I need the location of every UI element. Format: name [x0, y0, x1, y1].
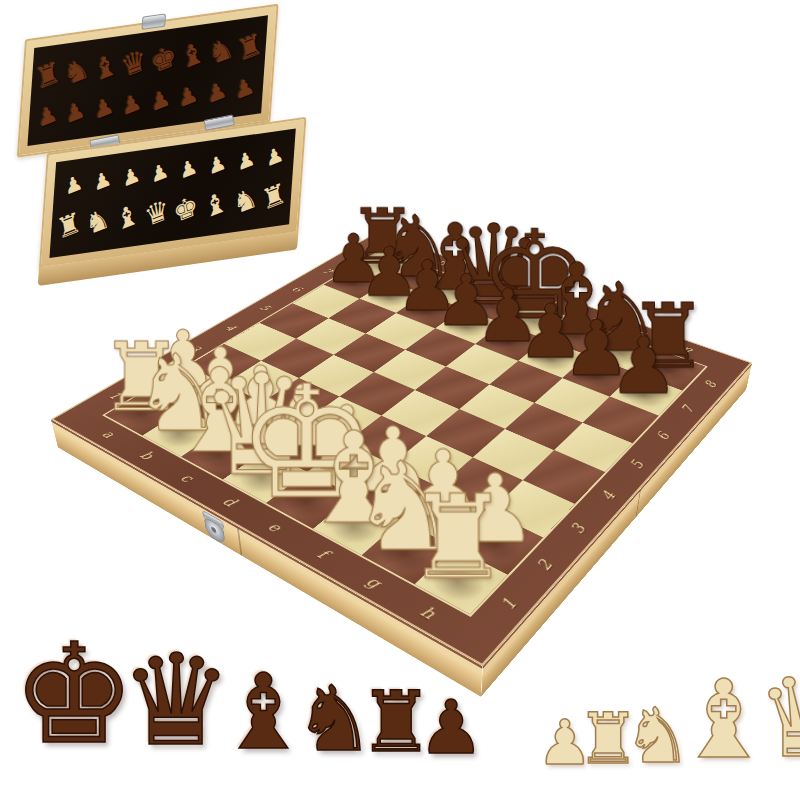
stored-pawn: ♟	[63, 98, 87, 128]
loose-dark-pawn: ♟	[418, 690, 484, 764]
stored-king: ♚	[148, 41, 178, 79]
rank-label-1-right: 1	[496, 595, 522, 613]
stored-rook: ♜	[54, 208, 83, 244]
stored-bishop: ♝	[113, 200, 142, 236]
board-frame: ♜♞♝♛♚♝♞♜♟♟♟♟♟♟♟♟♟♟♟♟♟♟♟♟♜♞♝♛♚♝♞♜ aabbccd…	[54, 233, 750, 663]
stored-rook: ♜	[235, 28, 265, 66]
stored-knight: ♞	[206, 32, 236, 70]
file-label-f-near: f	[313, 546, 333, 561]
rank-label-7-right: 7	[677, 404, 698, 415]
loose-dark-pieces-row: ♚♛♝♞♜♟	[20, 626, 476, 764]
board-scene: ♜♞♝♛♚♝♞♜♟♟♟♟♟♟♟♟♟♟♟♟♟♟♟♟♜♞♝♛♚♝♞♜ aabbccd…	[165, 140, 665, 640]
stored-pawn: ♟	[35, 102, 59, 132]
stored-pawn: ♟	[120, 90, 144, 120]
rank-label-2-right: 2	[532, 557, 557, 573]
stored-pawn: ♟	[176, 82, 200, 112]
stored-pawn: ♟	[233, 74, 257, 104]
file-label-h-near: h	[416, 603, 440, 623]
file-label-c-near: c	[176, 471, 198, 485]
rank-label-5-left: 5	[256, 303, 273, 312]
box-clasp-icon	[141, 13, 166, 30]
file-label-e-near: e	[263, 519, 285, 535]
loose-light-queen: ♛	[756, 660, 800, 774]
rank-label-3-right: 3	[566, 522, 590, 537]
stored-pawn: ♟	[91, 168, 113, 195]
stored-rook: ♜	[33, 57, 63, 95]
stored-knight: ♞	[83, 204, 112, 240]
rank-label-5-right: 5	[625, 458, 648, 471]
board-grid-wrap: ♜♞♝♛♚♝♞♜♟♟♟♟♟♟♟♟♟♟♟♟♟♟♟♟♜♞♝♛♚♝♞♜	[102, 250, 708, 617]
board-top-face: ♜♞♝♛♚♝♞♜♟♟♟♟♟♟♟♟♟♟♟♟♟♟♟♟♜♞♝♛♚♝♞♜ aabbccd…	[51, 232, 752, 666]
file-label-b-near: b	[136, 449, 158, 463]
chess-board: ♜♞♝♛♚♝♞♜♟♟♟♟♟♟♟♟♟♟♟♟♟♟♟♟♜♞♝♛♚♝♞♜ aabbccd…	[51, 232, 752, 666]
file-label-a-near: a	[98, 428, 119, 441]
stored-pawn: ♟	[92, 94, 116, 124]
stored-pawn: ♟	[148, 86, 172, 116]
rank-label-6-right: 6	[652, 430, 674, 442]
stored-bishop: ♝	[91, 49, 121, 87]
stored-queen: ♛	[119, 45, 149, 83]
piece-white-rook-h1: ♜	[406, 480, 510, 596]
product-photo: ♜♞♝♛♚♝♞♜♟♟♟♟♟♟♟♟ ♟♟♟♟♟♟♟♟♜♞♝♛♚♝♞♜ ♜♞♝♛♚♝…	[0, 0, 800, 800]
stored-knight: ♞	[62, 53, 92, 91]
loose-dark-king: ♚	[12, 626, 136, 764]
stored-pawn: ♟	[63, 172, 85, 199]
square-h7: ♟	[609, 372, 682, 415]
stored-bishop: ♝	[177, 37, 207, 75]
loose-light-pieces-row: ♟♜♞♝♛♚	[545, 648, 800, 774]
rank-label-4-right: 4	[597, 489, 621, 503]
stored-pawn: ♟	[205, 78, 229, 108]
file-label-g-near: g	[362, 573, 386, 591]
stored-pawn: ♟	[120, 164, 142, 191]
piece-black-pawn-h7: ♟	[609, 326, 679, 405]
square-h6	[582, 396, 658, 442]
board-grid: ♜♞♝♛♚♝♞♜♟♟♟♟♟♟♟♟♟♟♟♟♟♟♟♟♜♞♝♛♚♝♞♜	[105, 251, 705, 615]
rank-label-6-left: 6	[288, 285, 305, 294]
rank-label-8-right: 8	[700, 379, 721, 389]
